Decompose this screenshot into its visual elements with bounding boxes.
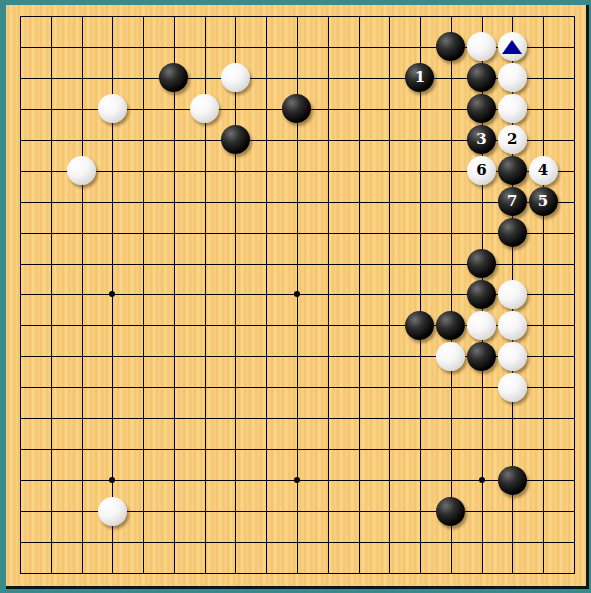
white-stone-P8[interactable] bbox=[436, 342, 465, 371]
board-intersection-Q15: 3 bbox=[466, 124, 497, 155]
black-stone-H15[interactable] bbox=[221, 125, 250, 154]
board-intersection-H15 bbox=[220, 124, 251, 155]
black-stone-P9[interactable] bbox=[436, 311, 465, 340]
white-stone-R9[interactable] bbox=[498, 311, 527, 340]
white-stone-Q14[interactable]: 6 bbox=[467, 156, 496, 185]
white-stone-R15[interactable]: 2 bbox=[498, 125, 527, 154]
board-intersection-R17 bbox=[497, 62, 528, 93]
black-stone-O17[interactable]: 1 bbox=[405, 63, 434, 92]
stones-layer: 1326475 bbox=[6, 5, 589, 588]
move-number-label: 4 bbox=[538, 163, 548, 178]
white-stone-R16[interactable] bbox=[498, 94, 527, 123]
board-intersection-P3 bbox=[435, 496, 466, 527]
white-stone-S14[interactable]: 4 bbox=[529, 156, 558, 185]
move-number-label: 5 bbox=[538, 194, 548, 209]
board-intersection-P8 bbox=[435, 341, 466, 372]
board-intersection-S14: 4 bbox=[528, 155, 559, 186]
board-intersection-H17 bbox=[220, 62, 251, 93]
board-intersection-O17: 1 bbox=[405, 62, 436, 93]
black-stone-F17[interactable] bbox=[159, 63, 188, 92]
white-stone-Q18[interactable] bbox=[467, 32, 496, 61]
board-intersection-C14 bbox=[66, 155, 97, 186]
white-stone-Q9[interactable] bbox=[467, 311, 496, 340]
board-intersection-R7 bbox=[497, 372, 528, 403]
black-stone-Q16[interactable] bbox=[467, 94, 496, 123]
black-stone-K16[interactable] bbox=[282, 94, 311, 123]
board-intersection-R14 bbox=[497, 155, 528, 186]
board-intersection-D16 bbox=[97, 93, 128, 124]
black-stone-Q11[interactable] bbox=[467, 249, 496, 278]
board-intersection-Q9 bbox=[466, 310, 497, 341]
board-intersection-P18 bbox=[435, 31, 466, 62]
board-intersection-Q11 bbox=[466, 248, 497, 279]
board-intersection-Q10 bbox=[466, 279, 497, 310]
board-intersection-Q18 bbox=[466, 31, 497, 62]
black-stone-R12[interactable] bbox=[498, 218, 527, 247]
white-stone-H17[interactable] bbox=[221, 63, 250, 92]
white-stone-R10[interactable] bbox=[498, 280, 527, 309]
white-stone-G16[interactable] bbox=[190, 94, 219, 123]
white-stone-R17[interactable] bbox=[498, 63, 527, 92]
move-number-label: 2 bbox=[507, 132, 517, 147]
black-stone-P18[interactable] bbox=[436, 32, 465, 61]
board-intersection-S13: 5 bbox=[528, 186, 559, 217]
board-intersection-G16 bbox=[189, 93, 220, 124]
board-intersection-R18 bbox=[497, 31, 528, 62]
black-stone-Q8[interactable] bbox=[467, 342, 496, 371]
board-intersection-Q17 bbox=[466, 62, 497, 93]
white-stone-R8[interactable] bbox=[498, 342, 527, 371]
white-stone-R18[interactable] bbox=[498, 32, 527, 61]
move-number-label: 7 bbox=[507, 194, 517, 209]
move-number-label: 6 bbox=[476, 163, 486, 178]
board-intersection-R4 bbox=[497, 465, 528, 496]
board-intersection-P9 bbox=[435, 310, 466, 341]
black-stone-P3[interactable] bbox=[436, 497, 465, 526]
white-stone-D16[interactable] bbox=[98, 94, 127, 123]
black-stone-R4[interactable] bbox=[498, 466, 527, 495]
board-intersection-K16 bbox=[282, 93, 313, 124]
go-app-window: 1326475 bbox=[0, 0, 591, 593]
go-board[interactable]: 1326475 bbox=[6, 5, 589, 589]
board-intersection-R8 bbox=[497, 341, 528, 372]
board-intersection-R13: 7 bbox=[497, 186, 528, 217]
black-stone-Q15[interactable]: 3 bbox=[467, 125, 496, 154]
black-stone-Q10[interactable] bbox=[467, 280, 496, 309]
move-number-label: 3 bbox=[476, 132, 486, 147]
board-intersection-O9 bbox=[405, 310, 436, 341]
black-stone-R14[interactable] bbox=[498, 156, 527, 185]
black-stone-S13[interactable]: 5 bbox=[529, 187, 558, 216]
white-stone-R7[interactable] bbox=[498, 373, 527, 402]
black-stone-R13[interactable]: 7 bbox=[498, 187, 527, 216]
board-intersection-Q14: 6 bbox=[466, 155, 497, 186]
white-stone-C14[interactable] bbox=[67, 156, 96, 185]
board-intersection-Q16 bbox=[466, 93, 497, 124]
board-intersection-R9 bbox=[497, 310, 528, 341]
black-stone-O9[interactable] bbox=[405, 311, 434, 340]
board-intersection-Q8 bbox=[466, 341, 497, 372]
board-intersection-D3 bbox=[97, 496, 128, 527]
board-intersection-R15: 2 bbox=[497, 124, 528, 155]
board-intersection-F17 bbox=[158, 62, 189, 93]
white-stone-D3[interactable] bbox=[98, 497, 127, 526]
move-number-label: 1 bbox=[415, 70, 425, 85]
black-stone-Q17[interactable] bbox=[467, 63, 496, 92]
board-intersection-R10 bbox=[497, 279, 528, 310]
triangle-mark-icon bbox=[502, 40, 522, 54]
board-intersection-R12 bbox=[497, 217, 528, 248]
board-intersection-R16 bbox=[497, 93, 528, 124]
